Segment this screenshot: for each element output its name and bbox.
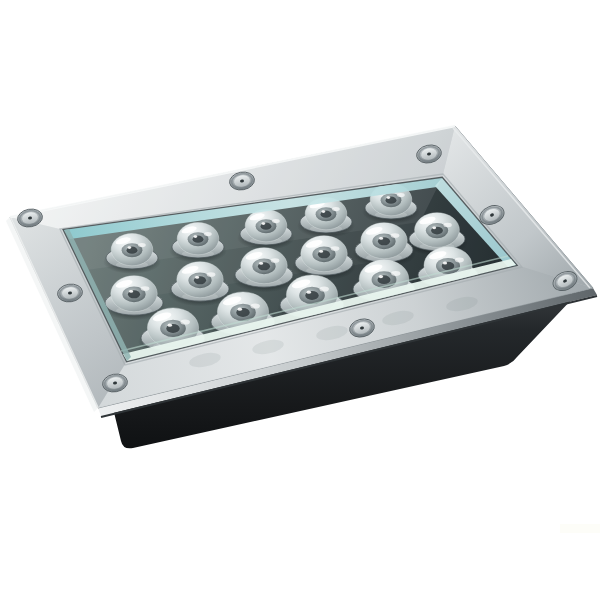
photo-canvas	[0, 0, 600, 600]
fixture-illustration	[0, 0, 600, 600]
faint-artifact	[560, 524, 600, 533]
product-photo	[0, 0, 600, 600]
